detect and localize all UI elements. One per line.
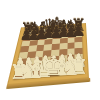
board-grid bbox=[14, 26, 83, 79]
chess-board bbox=[7, 23, 89, 85]
board-square bbox=[66, 67, 75, 75]
board-square bbox=[58, 68, 67, 76]
board-square bbox=[75, 67, 84, 75]
chess-set-photo[interactable]: ♜♞♝♛♚♝♞♜♟♟♟♟♟♟♟♟♟♟♟♟♟♟♟♟♜♞♝♛♚♝♞♜ bbox=[0, 0, 100, 100]
